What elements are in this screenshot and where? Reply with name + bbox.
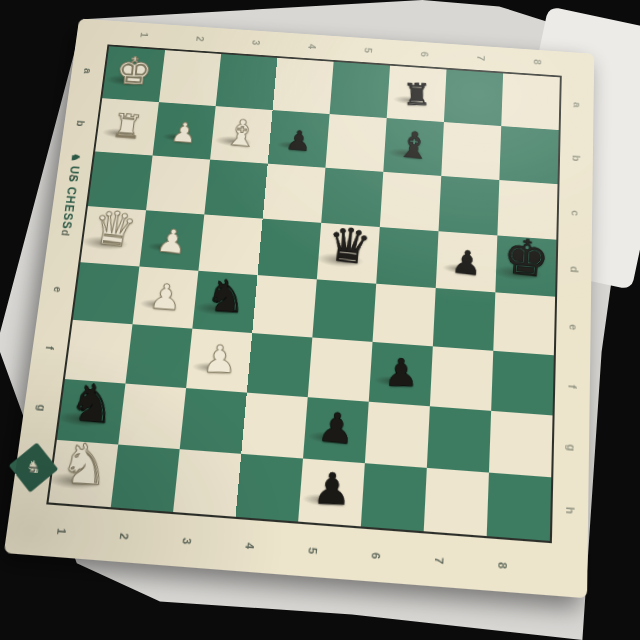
rank-label-top-7: 7	[475, 55, 487, 61]
square-h3[interactable]	[173, 449, 241, 517]
square-h7[interactable]	[424, 468, 489, 536]
rank-label-bottom-7: 7	[433, 557, 446, 565]
file-label-left-c: c	[67, 174, 79, 180]
square-e1[interactable]	[73, 262, 140, 324]
square-h4[interactable]	[236, 454, 303, 522]
rank-label-bottom-8: 8	[496, 562, 509, 570]
rank-label-top-6: 6	[419, 51, 431, 57]
square-c2[interactable]	[146, 156, 210, 215]
square-a4[interactable]	[273, 58, 334, 114]
piece-white-king-a1[interactable]: ♚	[115, 53, 154, 89]
square-c7[interactable]	[439, 176, 500, 236]
rank-label-top-1: 1	[138, 32, 150, 38]
piece-black-bishop-b6[interactable]: ♝	[395, 126, 432, 163]
square-c6[interactable]	[380, 172, 441, 231]
square-g4[interactable]	[241, 393, 307, 459]
square-a7[interactable]	[444, 70, 503, 127]
rank-label-top-2: 2	[194, 36, 206, 42]
square-h6[interactable]	[361, 463, 427, 531]
square-a8[interactable]	[501, 73, 560, 130]
square-d6[interactable]	[376, 227, 438, 288]
file-label-left-g: g	[35, 404, 48, 412]
square-e5[interactable]	[312, 279, 376, 342]
piece-black-king-d8[interactable]: ♚	[501, 233, 551, 285]
square-b7[interactable]	[441, 122, 501, 180]
rank-label-bottom-2: 2	[118, 532, 131, 540]
square-e4[interactable]	[252, 275, 317, 337]
file-label-right-c: c	[570, 210, 582, 217]
square-h2[interactable]	[111, 445, 180, 512]
file-label-right-d: d	[569, 266, 581, 273]
square-a2[interactable]	[159, 50, 221, 106]
file-label-left-f: f	[44, 346, 56, 351]
file-label-left-a: a	[82, 68, 94, 74]
piece-white-knight-h1[interactable]: ♞	[57, 438, 111, 493]
rank-label-bottom-4: 4	[243, 542, 256, 550]
brand-knight-icon: ♞	[70, 153, 83, 163]
piece-black-pawn-d7[interactable]: ♟	[450, 245, 483, 279]
square-e6[interactable]	[373, 284, 436, 347]
square-f4[interactable]	[247, 333, 312, 397]
square-f2[interactable]	[125, 324, 192, 388]
square-f5[interactable]	[308, 337, 373, 401]
file-label-right-e: e	[567, 324, 579, 331]
square-e8[interactable]	[493, 292, 555, 355]
file-label-right-a: a	[572, 102, 584, 108]
file-label-left-h: h	[27, 465, 40, 473]
rank-label-bottom-1: 1	[55, 528, 68, 536]
file-label-right-b: b	[571, 155, 583, 162]
rank-label-top-8: 8	[532, 59, 543, 65]
piece-black-pawn-f6[interactable]: ♟	[384, 354, 419, 391]
us-chess-brand: ♞ US CHESS	[59, 153, 83, 231]
square-c3[interactable]	[204, 160, 267, 219]
square-d4[interactable]	[258, 219, 322, 280]
piece-black-knight-e3[interactable]: ♞	[203, 275, 248, 320]
rank-label-bottom-5: 5	[306, 547, 319, 555]
piece-white-pawn-b2[interactable]: ♟	[169, 119, 198, 147]
rank-label-top-4: 4	[306, 43, 318, 49]
piece-white-bishop-b3[interactable]: ♝	[222, 114, 260, 151]
file-label-right-g: g	[565, 444, 578, 452]
file-label-left-e: e	[52, 286, 65, 293]
square-g8[interactable]	[489, 411, 553, 477]
piece-black-queen-d5[interactable]: ♛	[324, 222, 373, 272]
piece-white-rook-b1[interactable]: ♜	[110, 110, 145, 143]
square-e7[interactable]	[433, 288, 496, 351]
square-c4[interactable]	[263, 164, 326, 223]
photo-stage: ♞ US CHESS ♞ aabbccddeeffgghh11223344556…	[0, 0, 640, 640]
piece-black-knight-g1[interactable]: ♞	[65, 378, 119, 432]
rank-label-bottom-6: 6	[369, 552, 382, 560]
file-label-left-b: b	[75, 120, 87, 127]
piece-black-pawn-b4[interactable]: ♟	[284, 127, 313, 155]
piece-white-pawn-d2[interactable]: ♟	[155, 224, 190, 258]
square-b5[interactable]	[325, 114, 386, 172]
piece-black-pawn-h5[interactable]: ♟	[312, 468, 352, 511]
piece-white-pawn-f3[interactable]: ♟	[201, 341, 237, 378]
square-g3[interactable]	[180, 388, 247, 454]
piece-black-pawn-g5[interactable]: ♟	[316, 407, 356, 449]
file-label-left-d: d	[59, 229, 72, 236]
square-a3[interactable]	[216, 54, 278, 110]
piece-black-rook-a6[interactable]: ♜	[402, 80, 431, 109]
square-f7[interactable]	[430, 346, 493, 411]
rank-label-bottom-3: 3	[180, 537, 193, 545]
rank-label-top-3: 3	[250, 40, 262, 46]
piece-white-queen-d1[interactable]: ♛	[88, 205, 139, 254]
square-g7[interactable]	[427, 406, 491, 472]
square-g2[interactable]	[118, 384, 186, 450]
piece-white-pawn-e2[interactable]: ♟	[148, 280, 184, 315]
rank-label-top-5: 5	[363, 47, 375, 53]
file-label-right-f: f	[566, 384, 578, 389]
square-a5[interactable]	[330, 62, 390, 118]
square-d3[interactable]	[198, 214, 262, 275]
square-g6[interactable]	[365, 402, 430, 468]
chess-board: ♞ US CHESS ♞ aabbccddeeffgghh11223344556…	[4, 19, 594, 599]
square-b8[interactable]	[499, 126, 558, 184]
file-label-right-h: h	[564, 506, 577, 514]
square-h8[interactable]	[487, 473, 551, 541]
square-f8[interactable]	[491, 351, 554, 416]
